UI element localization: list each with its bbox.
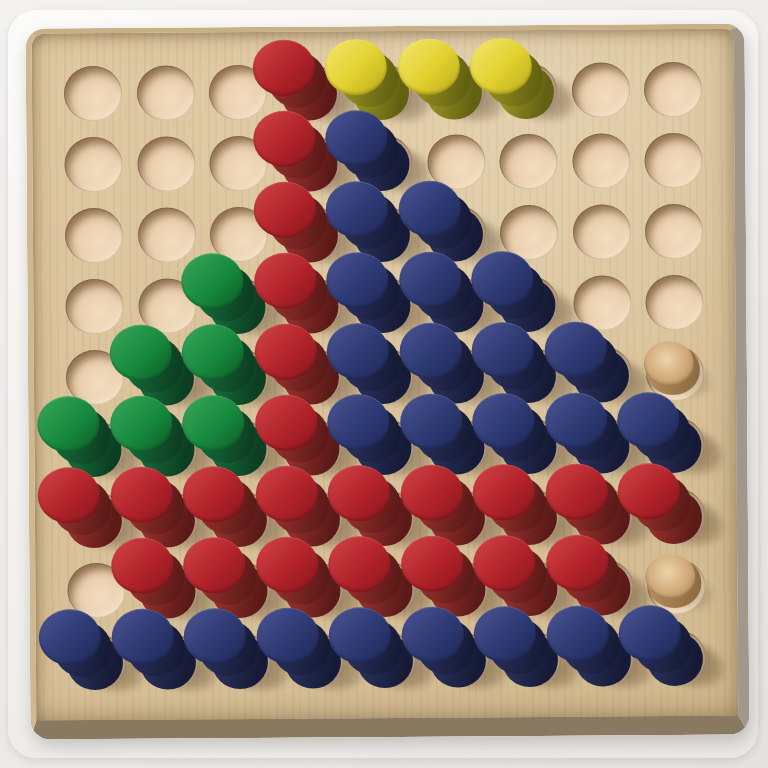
cell-r2c2 bbox=[130, 127, 203, 199]
red-peg-top bbox=[38, 467, 100, 523]
blue-peg-top bbox=[326, 251, 388, 307]
blue-peg-top bbox=[398, 180, 460, 236]
cell-r4c9 bbox=[638, 266, 711, 338]
hole-r2c1[interactable] bbox=[65, 136, 123, 191]
cell-r2c9 bbox=[637, 124, 710, 196]
red-peg-top bbox=[473, 534, 535, 590]
cell-r7c9 bbox=[640, 479, 713, 551]
hole-r1c8[interactable] bbox=[572, 62, 630, 117]
red-peg-top bbox=[254, 252, 316, 308]
red-peg-top bbox=[545, 463, 607, 519]
photo-scene bbox=[0, 0, 768, 768]
blue-peg-r9c9[interactable] bbox=[641, 621, 714, 693]
green-peg-top bbox=[110, 395, 172, 451]
green-peg-top bbox=[181, 253, 243, 309]
blue-peg-top bbox=[619, 604, 681, 660]
cell-r1c7 bbox=[492, 54, 565, 126]
blue-peg-top bbox=[400, 393, 462, 449]
red-peg-top bbox=[111, 537, 173, 593]
peg-grid bbox=[32, 29, 739, 721]
hole-r3c8[interactable] bbox=[573, 204, 631, 259]
green-peg-top bbox=[37, 396, 99, 452]
blue-peg-top bbox=[472, 321, 534, 377]
red-peg-top bbox=[254, 323, 316, 379]
cell-r1c9 bbox=[637, 53, 710, 125]
blue-peg-top bbox=[39, 609, 101, 665]
red-peg-top bbox=[328, 535, 390, 591]
yellow-peg-top bbox=[470, 37, 532, 93]
red-peg-top bbox=[328, 464, 390, 520]
red-peg-top bbox=[183, 536, 245, 592]
red-peg-top bbox=[110, 466, 172, 522]
hole-r3c2[interactable] bbox=[138, 207, 196, 262]
cell-r2c7 bbox=[492, 125, 565, 197]
cell-r2c1 bbox=[57, 128, 130, 200]
blue-peg-top bbox=[325, 109, 387, 165]
red-peg-top bbox=[253, 181, 315, 237]
yellow-peg-top bbox=[325, 38, 387, 94]
blue-peg-top bbox=[399, 251, 461, 307]
hole-r3c9[interactable] bbox=[645, 203, 703, 258]
blue-peg-top bbox=[401, 606, 463, 662]
red-peg-top bbox=[473, 463, 535, 519]
blue-peg-top bbox=[329, 606, 391, 662]
blue-peg-top bbox=[184, 607, 246, 663]
cell-r1c1 bbox=[57, 57, 130, 129]
green-peg-top bbox=[109, 324, 171, 380]
red-peg-top bbox=[253, 110, 315, 166]
blue-peg-top bbox=[111, 608, 173, 664]
cell-r1c8 bbox=[564, 53, 637, 125]
cell-r2c8 bbox=[565, 124, 638, 196]
red-peg-top bbox=[401, 535, 463, 591]
hole-r3c1[interactable] bbox=[65, 207, 123, 262]
red-peg-top bbox=[255, 465, 317, 521]
hole-r1c2[interactable] bbox=[137, 65, 195, 120]
red-peg-top bbox=[252, 39, 314, 95]
red-peg-r7c9[interactable] bbox=[640, 479, 713, 551]
red-peg-top bbox=[183, 465, 245, 521]
blue-peg-top bbox=[327, 393, 389, 449]
hole-r2c7[interactable] bbox=[500, 133, 558, 188]
cell-r1c2 bbox=[129, 56, 202, 128]
cell-r3c8 bbox=[565, 195, 638, 267]
hole-r2c8[interactable] bbox=[572, 133, 630, 188]
red-peg-top bbox=[255, 394, 317, 450]
red-peg-top bbox=[256, 536, 318, 592]
yellow-peg-top bbox=[397, 38, 459, 94]
blue-peg-top bbox=[256, 607, 318, 663]
red-peg-top bbox=[400, 464, 462, 520]
hole-r4c9[interactable] bbox=[646, 274, 704, 329]
green-peg-top bbox=[182, 324, 244, 380]
blue-peg-top bbox=[326, 180, 388, 236]
hole-r2c2[interactable] bbox=[137, 136, 195, 191]
blue-peg-top bbox=[471, 250, 533, 306]
red-peg-top bbox=[546, 534, 608, 590]
hole-r1c9[interactable] bbox=[644, 61, 702, 116]
natural-peg-top bbox=[644, 340, 694, 385]
hole-r2c9[interactable] bbox=[645, 132, 703, 187]
natural-peg-top bbox=[645, 553, 695, 598]
blue-peg-top bbox=[399, 322, 461, 378]
blue-peg-top bbox=[472, 392, 534, 448]
blue-peg-top bbox=[545, 392, 607, 448]
blue-peg-top bbox=[617, 391, 679, 447]
cell-r3c1 bbox=[58, 199, 131, 271]
red-peg-top bbox=[618, 462, 680, 518]
cell-r3c9 bbox=[638, 195, 711, 267]
blue-peg-top bbox=[546, 605, 608, 661]
pegboard bbox=[26, 23, 750, 739]
hole-r4c1[interactable] bbox=[66, 278, 124, 333]
blue-peg-top bbox=[327, 322, 389, 378]
hole-r1c1[interactable] bbox=[64, 65, 122, 120]
cell-r9c9 bbox=[641, 621, 714, 693]
yellow-peg-r1c7[interactable] bbox=[492, 54, 565, 126]
blue-peg-top bbox=[474, 605, 536, 661]
green-peg-top bbox=[182, 394, 244, 450]
blue-peg-top bbox=[544, 321, 606, 377]
